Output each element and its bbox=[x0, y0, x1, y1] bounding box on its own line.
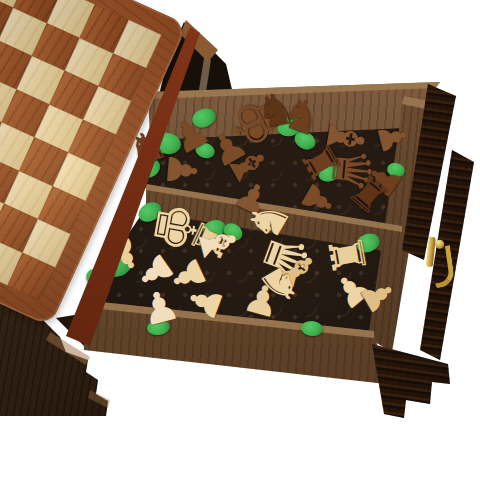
chess-set-photo: ♞♟♟♟♚♞♞♝♛♟♜♟♟♜♝♟♚♜♟♟♟♝♞♛♟♟♜♟♟♟♝♞ bbox=[0, 0, 480, 480]
